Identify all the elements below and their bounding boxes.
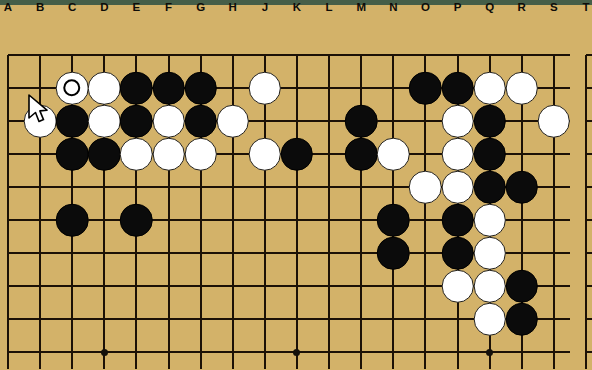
point-O18[interactable]: [409, 72, 441, 105]
point-J12[interactable]: [249, 270, 281, 303]
grid-line-h: [8, 285, 24, 287]
point-S19[interactable]: [538, 39, 570, 72]
point-Q16[interactable]: [474, 138, 506, 171]
point-L13[interactable]: [313, 237, 345, 270]
point-F18[interactable]: [153, 72, 185, 105]
point-A14[interactable]: [0, 204, 24, 237]
grid-line-v: [264, 237, 266, 270]
point-B14[interactable]: [24, 204, 56, 237]
white-stone-P15: [441, 171, 474, 204]
point-C17[interactable]: [56, 105, 88, 138]
point-C10[interactable]: [56, 336, 88, 369]
point-Q10[interactable]: [474, 336, 506, 369]
point-E13[interactable]: [120, 237, 152, 270]
point-Q15[interactable]: [474, 171, 506, 204]
point-C12[interactable]: [56, 270, 88, 303]
grid-line-v: [168, 303, 170, 336]
grid-line-v: [264, 270, 266, 303]
grid-line-v: [200, 237, 202, 270]
grid-line-v: [103, 55, 105, 72]
point-N18[interactable]: [377, 72, 409, 105]
grid-line-h: [8, 54, 24, 56]
star-point-K10: [293, 349, 300, 356]
grid-line-v: [296, 105, 298, 138]
point-B11[interactable]: [24, 303, 56, 336]
point-D15[interactable]: [88, 171, 120, 204]
grid-line-v: [585, 303, 587, 336]
point-D16[interactable]: [88, 138, 120, 171]
black-stone-C16: [56, 138, 89, 171]
point-P11[interactable]: [441, 303, 473, 336]
point-B19[interactable]: [24, 39, 56, 72]
grid-line-h: [8, 318, 24, 320]
point-N14[interactable]: [377, 204, 409, 237]
white-stone-C18: [56, 72, 89, 105]
point-F11[interactable]: [153, 303, 185, 336]
black-stone-G17: [184, 105, 217, 138]
point-G16[interactable]: [185, 138, 217, 171]
grid-line-v: [521, 138, 523, 171]
point-N12[interactable]: [377, 270, 409, 303]
point-M14[interactable]: [345, 204, 377, 237]
point-Q13[interactable]: [474, 237, 506, 270]
point-T10[interactable]: [570, 336, 592, 369]
col-label-E: E: [125, 0, 147, 14]
point-D10[interactable]: [88, 336, 120, 369]
point-Q12[interactable]: [474, 270, 506, 303]
point-R11[interactable]: [506, 303, 538, 336]
grid-line-v: [360, 204, 362, 237]
point-G17[interactable]: [185, 105, 217, 138]
grid-line-v: [457, 336, 459, 369]
point-J11[interactable]: [249, 303, 281, 336]
col-label-O: O: [414, 0, 436, 14]
point-C18[interactable]: [56, 72, 88, 105]
point-M17[interactable]: [345, 105, 377, 138]
point-K13[interactable]: [281, 237, 313, 270]
point-T19[interactable]: [570, 39, 592, 72]
point-R19[interactable]: [506, 39, 538, 72]
grid-line-v: [103, 303, 105, 336]
grid-line-v: [424, 303, 426, 336]
point-O15[interactable]: [409, 171, 441, 204]
point-O14[interactable]: [409, 204, 441, 237]
col-label-M: M: [350, 0, 372, 14]
point-T16[interactable]: [570, 138, 592, 171]
point-A13[interactable]: [0, 237, 24, 270]
point-L15[interactable]: [313, 171, 345, 204]
grid-line-v: [585, 138, 587, 171]
white-stone-Q13: [473, 237, 506, 270]
point-E15[interactable]: [120, 171, 152, 204]
grid-line-v: [39, 336, 41, 369]
grid-line-v: [328, 204, 330, 237]
point-A11[interactable]: [0, 303, 24, 336]
point-L17[interactable]: [313, 105, 345, 138]
point-Q18[interactable]: [474, 72, 506, 105]
point-O11[interactable]: [409, 303, 441, 336]
point-O10[interactable]: [409, 336, 441, 369]
point-C11[interactable]: [56, 303, 88, 336]
point-N15[interactable]: [377, 171, 409, 204]
point-F10[interactable]: [153, 336, 185, 369]
grid-line-v: [424, 138, 426, 171]
black-stone-Q15: [473, 171, 506, 204]
grid-line-v: [71, 303, 73, 336]
go-game-screenshot: ABCDEFGHJKLMNOPQRST: [0, 0, 592, 370]
grid-line-v: [200, 303, 202, 336]
grid-line-v: [521, 336, 523, 369]
grid-line-v: [7, 270, 9, 303]
point-E11[interactable]: [120, 303, 152, 336]
white-stone-G16: [184, 138, 217, 171]
point-P13[interactable]: [441, 237, 473, 270]
grid-line-v: [264, 171, 266, 204]
point-P12[interactable]: [441, 270, 473, 303]
point-K15[interactable]: [281, 171, 313, 204]
grid-line-v: [200, 171, 202, 204]
point-P10[interactable]: [441, 336, 473, 369]
point-K12[interactable]: [281, 270, 313, 303]
point-G13[interactable]: [185, 237, 217, 270]
grid-line-v: [39, 171, 41, 204]
point-K10[interactable]: [281, 336, 313, 369]
point-S18[interactable]: [538, 72, 570, 105]
grid-line-v: [585, 72, 587, 105]
point-D11[interactable]: [88, 303, 120, 336]
point-T13[interactable]: [570, 237, 592, 270]
grid-line-v: [71, 270, 73, 303]
point-O13[interactable]: [409, 237, 441, 270]
point-F15[interactable]: [153, 171, 185, 204]
grid-line-v: [585, 105, 587, 138]
black-stone-R12: [506, 270, 539, 303]
grid-line-v: [360, 72, 362, 105]
point-H16[interactable]: [217, 138, 249, 171]
grid-line-v: [39, 270, 41, 303]
point-K18[interactable]: [281, 72, 313, 105]
point-O12[interactable]: [409, 270, 441, 303]
point-A17[interactable]: [0, 105, 24, 138]
col-label-H: H: [222, 0, 244, 14]
mouse-cursor-icon: [27, 94, 50, 128]
point-D19[interactable]: [88, 39, 120, 72]
white-stone-Q18: [473, 72, 506, 105]
grid-line-v: [296, 270, 298, 303]
grid-line-v: [328, 171, 330, 204]
point-P16[interactable]: [441, 138, 473, 171]
point-F17[interactable]: [153, 105, 185, 138]
point-O17[interactable]: [409, 105, 441, 138]
point-P17[interactable]: [441, 105, 473, 138]
point-H12[interactable]: [217, 270, 249, 303]
grid-line-v: [585, 55, 587, 72]
point-L11[interactable]: [313, 303, 345, 336]
point-F13[interactable]: [153, 237, 185, 270]
grid-line-v: [71, 336, 73, 369]
point-Q19[interactable]: [474, 39, 506, 72]
grid-line-v: [200, 270, 202, 303]
white-stone-D17: [88, 105, 121, 138]
grid-line-v: [424, 237, 426, 270]
point-F14[interactable]: [153, 204, 185, 237]
white-stone-P17: [441, 105, 474, 138]
point-N11[interactable]: [377, 303, 409, 336]
point-G10[interactable]: [185, 336, 217, 369]
point-E16[interactable]: [120, 138, 152, 171]
point-M13[interactable]: [345, 237, 377, 270]
grid-line-v: [232, 138, 234, 171]
grid-line-h: [8, 153, 24, 155]
point-R18[interactable]: [506, 72, 538, 105]
white-stone-N16: [377, 138, 410, 171]
grid-line-v: [424, 204, 426, 237]
grid-line-v: [71, 237, 73, 270]
point-D17[interactable]: [88, 105, 120, 138]
grid-line-h: [8, 186, 24, 188]
point-R10[interactable]: [506, 336, 538, 369]
col-label-F: F: [158, 0, 180, 14]
col-label-P: P: [447, 0, 469, 14]
point-H17[interactable]: [217, 105, 249, 138]
grid-line-v: [489, 55, 491, 72]
point-F19[interactable]: [153, 39, 185, 72]
grid-line-v: [424, 336, 426, 369]
grid-line-v: [200, 55, 202, 72]
grid-line-v: [553, 237, 555, 270]
grid-line-v: [553, 55, 555, 72]
grid-line-v: [264, 336, 266, 369]
grid-line-v: [328, 105, 330, 138]
point-S11[interactable]: [538, 303, 570, 336]
point-H19[interactable]: [217, 39, 249, 72]
white-stone-S17: [538, 105, 571, 138]
white-stone-P16: [441, 138, 474, 171]
col-label-B: B: [29, 0, 51, 14]
grid-line-v: [135, 303, 137, 336]
point-S12[interactable]: [538, 270, 570, 303]
point-C19[interactable]: [56, 39, 88, 72]
point-A12[interactable]: [0, 270, 24, 303]
point-J14[interactable]: [249, 204, 281, 237]
black-stone-O18: [409, 72, 442, 105]
point-S17[interactable]: [538, 105, 570, 138]
point-T14[interactable]: [570, 204, 592, 237]
point-H14[interactable]: [217, 204, 249, 237]
grid-line-v: [521, 204, 523, 237]
black-stone-C14: [56, 204, 89, 237]
point-Q14[interactable]: [474, 204, 506, 237]
point-F16[interactable]: [153, 138, 185, 171]
point-J10[interactable]: [249, 336, 281, 369]
point-Q11[interactable]: [474, 303, 506, 336]
point-M15[interactable]: [345, 171, 377, 204]
grid-line-v: [553, 138, 555, 171]
grid-line-v: [360, 237, 362, 270]
point-C16[interactable]: [56, 138, 88, 171]
grid-line-v: [521, 105, 523, 138]
point-H11[interactable]: [217, 303, 249, 336]
point-B15[interactable]: [24, 171, 56, 204]
point-R15[interactable]: [506, 171, 538, 204]
point-H13[interactable]: [217, 237, 249, 270]
white-stone-H17: [217, 105, 250, 138]
point-K11[interactable]: [281, 303, 313, 336]
point-S13[interactable]: [538, 237, 570, 270]
point-S16[interactable]: [538, 138, 570, 171]
grid-line-v: [585, 237, 587, 270]
point-L14[interactable]: [313, 204, 345, 237]
point-E14[interactable]: [120, 204, 152, 237]
point-B10[interactable]: [24, 336, 56, 369]
point-J13[interactable]: [249, 237, 281, 270]
point-G15[interactable]: [185, 171, 217, 204]
grid-line-h: [8, 87, 24, 89]
point-N16[interactable]: [377, 138, 409, 171]
col-label-A: A: [0, 0, 19, 14]
point-H15[interactable]: [217, 171, 249, 204]
grid-line-v: [328, 72, 330, 105]
point-G12[interactable]: [185, 270, 217, 303]
point-A15[interactable]: [0, 171, 24, 204]
point-D13[interactable]: [88, 237, 120, 270]
point-E19[interactable]: [120, 39, 152, 72]
point-P19[interactable]: [441, 39, 473, 72]
point-G11[interactable]: [185, 303, 217, 336]
col-label-J: J: [254, 0, 276, 14]
point-E18[interactable]: [120, 72, 152, 105]
point-D18[interactable]: [88, 72, 120, 105]
point-R12[interactable]: [506, 270, 538, 303]
point-M19[interactable]: [345, 39, 377, 72]
point-K16[interactable]: [281, 138, 313, 171]
grid-line-v: [39, 303, 41, 336]
point-H10[interactable]: [217, 336, 249, 369]
grid-line-v: [392, 55, 394, 72]
point-M11[interactable]: [345, 303, 377, 336]
point-P14[interactable]: [441, 204, 473, 237]
grid-line-v: [328, 237, 330, 270]
point-A10[interactable]: [0, 336, 24, 369]
point-C15[interactable]: [56, 171, 88, 204]
grid-line-v: [392, 171, 394, 204]
black-stone-R15: [506, 171, 539, 204]
point-N19[interactable]: [377, 39, 409, 72]
point-G14[interactable]: [185, 204, 217, 237]
point-M12[interactable]: [345, 270, 377, 303]
point-E12[interactable]: [120, 270, 152, 303]
point-E17[interactable]: [120, 105, 152, 138]
black-stone-M17: [345, 105, 378, 138]
point-H18[interactable]: [217, 72, 249, 105]
point-B12[interactable]: [24, 270, 56, 303]
point-R16[interactable]: [506, 138, 538, 171]
grid-line-v: [135, 55, 137, 72]
point-E10[interactable]: [120, 336, 152, 369]
point-B13[interactable]: [24, 237, 56, 270]
point-P18[interactable]: [441, 72, 473, 105]
grid-line-v: [392, 72, 394, 105]
point-M18[interactable]: [345, 72, 377, 105]
point-L16[interactable]: [313, 138, 345, 171]
point-C14[interactable]: [56, 204, 88, 237]
point-O16[interactable]: [409, 138, 441, 171]
point-Q17[interactable]: [474, 105, 506, 138]
grid-line-v: [424, 55, 426, 72]
white-stone-E16: [120, 138, 153, 171]
point-G19[interactable]: [185, 39, 217, 72]
point-C13[interactable]: [56, 237, 88, 270]
point-R13[interactable]: [506, 237, 538, 270]
point-O19[interactable]: [409, 39, 441, 72]
grid-line-v: [232, 303, 234, 336]
black-stone-E18: [120, 72, 153, 105]
point-T12[interactable]: [570, 270, 592, 303]
grid-line-v: [7, 336, 9, 369]
point-D14[interactable]: [88, 204, 120, 237]
white-stone-Q12: [473, 270, 506, 303]
point-A18[interactable]: [0, 72, 24, 105]
white-stone-J18: [249, 72, 282, 105]
point-K17[interactable]: [281, 105, 313, 138]
point-A19[interactable]: [0, 39, 24, 72]
point-L18[interactable]: [313, 72, 345, 105]
grid-line-v: [392, 336, 394, 369]
point-S14[interactable]: [538, 204, 570, 237]
point-T17[interactable]: [570, 105, 592, 138]
grid-line-v: [585, 204, 587, 237]
point-T15[interactable]: [570, 171, 592, 204]
point-T18[interactable]: [570, 72, 592, 105]
point-N13[interactable]: [377, 237, 409, 270]
white-stone-P12: [441, 270, 474, 303]
point-P15[interactable]: [441, 171, 473, 204]
point-M16[interactable]: [345, 138, 377, 171]
point-R17[interactable]: [506, 105, 538, 138]
point-T11[interactable]: [570, 303, 592, 336]
point-F12[interactable]: [153, 270, 185, 303]
point-S15[interactable]: [538, 171, 570, 204]
point-K19[interactable]: [281, 39, 313, 72]
point-D12[interactable]: [88, 270, 120, 303]
point-N17[interactable]: [377, 105, 409, 138]
point-N10[interactable]: [377, 336, 409, 369]
point-G18[interactable]: [185, 72, 217, 105]
point-J17[interactable]: [249, 105, 281, 138]
grid-line-v: [7, 138, 9, 171]
point-K14[interactable]: [281, 204, 313, 237]
point-L19[interactable]: [313, 39, 345, 72]
point-J15[interactable]: [249, 171, 281, 204]
point-J16[interactable]: [249, 138, 281, 171]
grid-line-v: [424, 270, 426, 303]
point-J18[interactable]: [249, 72, 281, 105]
black-stone-P18: [441, 72, 474, 105]
go-board: [0, 0, 592, 370]
point-B16[interactable]: [24, 138, 56, 171]
point-S10[interactable]: [538, 336, 570, 369]
point-R14[interactable]: [506, 204, 538, 237]
black-stone-K16: [281, 138, 314, 171]
grid-line-v: [232, 55, 234, 72]
point-M10[interactable]: [345, 336, 377, 369]
grid-line-v: [264, 204, 266, 237]
grid-line-v: [168, 171, 170, 204]
point-A16[interactable]: [0, 138, 24, 171]
point-L12[interactable]: [313, 270, 345, 303]
point-J19[interactable]: [249, 39, 281, 72]
point-L10[interactable]: [313, 336, 345, 369]
